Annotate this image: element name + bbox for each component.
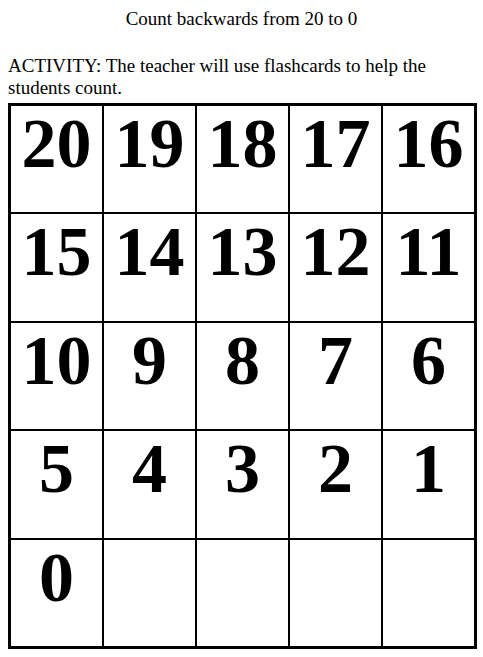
flashcard-cell-19: 19 [104,106,195,212]
flashcard-cell-12: 12 [290,214,381,320]
flashcard-cell-2: 2 [290,431,381,537]
flashcard-cell-1: 1 [383,431,474,537]
flashcard-cell-4: 4 [104,431,195,537]
flashcard-grid: 20191817161514131211109876543210 [8,103,477,649]
flashcard-cell-empty [290,540,381,646]
flashcard-cell-5: 5 [11,431,102,537]
flashcard-cell-15: 15 [11,214,102,320]
flashcard-cell-7: 7 [290,323,381,429]
flashcard-cell-18: 18 [197,106,288,212]
flashcard-cell-empty [383,540,474,646]
flashcard-cell-9: 9 [104,323,195,429]
page-title: Count backwards from 20 to 0 [0,0,483,30]
flashcard-cell-3: 3 [197,431,288,537]
flashcard-cell-17: 17 [290,106,381,212]
activity-instruction: ACTIVITY: The teacher will use flashcard… [8,55,468,99]
flashcard-cell-empty [197,540,288,646]
flashcard-cell-6: 6 [383,323,474,429]
flashcard-cell-11: 11 [383,214,474,320]
flashcard-cell-8: 8 [197,323,288,429]
flashcard-cell-13: 13 [197,214,288,320]
flashcard-cell-10: 10 [11,323,102,429]
flashcard-cell-16: 16 [383,106,474,212]
worksheet-page: Count backwards from 20 to 0 ACTIVITY: T… [0,0,483,657]
flashcard-cell-20: 20 [11,106,102,212]
flashcard-cell-14: 14 [104,214,195,320]
flashcard-cell-empty [104,540,195,646]
flashcard-cell-0: 0 [11,540,102,646]
